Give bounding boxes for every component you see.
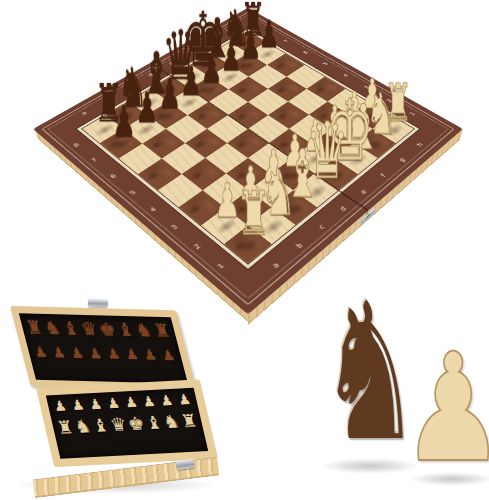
storage-box-lid: ♜♞♝♛♚♝♞♜ ♟♟♟♟♟♟♟♟: [10, 306, 197, 391]
storage-box: ♜♞♝♛♚♝♞♜ ♟♟♟♟♟♟♟♟ ♟♟♟♟♟♟♟♟ ♜♞♝♛♚♝♞♜: [0, 290, 252, 500]
latch-clasp-icon[interactable]: [361, 207, 376, 226]
stored-piece-black-knight: ♞: [42, 319, 63, 338]
product-photo-scene: ♜♞♝♛♚♝♞♜♟♟♟♟♟♟♟♟♟♟♟♟♟♟♟♟♜♞♝♛♚♝♞♜ aabbccd…: [0, 0, 489, 500]
piece-white-rook[interactable]: ♜: [237, 183, 258, 244]
stored-piece-white-bishop: ♝: [144, 414, 164, 433]
stored-piece-white-knight: ♞: [73, 417, 93, 436]
closeup-white-pawn[interactable]: ♟: [401, 333, 489, 483]
stored-piece-black-pawn: ♟: [160, 348, 176, 362]
stored-piece-white-pawn: ♟: [176, 392, 192, 407]
piece-black-pawn[interactable]: ♟: [158, 74, 176, 115]
stored-piece-white-queen: ♛: [108, 415, 128, 434]
stored-piece-black-pawn: ♟: [33, 345, 49, 359]
stored-piece-white-rook: ♜: [55, 418, 75, 437]
stored-piece-black-king: ♚: [97, 320, 118, 339]
stored-piece-white-king: ♚: [126, 414, 146, 433]
stored-piece-white-pawn: ♟: [70, 398, 86, 413]
piece-black-pawn[interactable]: ♟: [240, 27, 256, 65]
stored-piece-white-pawn: ♟: [52, 399, 68, 414]
stored-piece-black-pawn: ♟: [69, 346, 85, 360]
lid-clasp-icon[interactable]: [88, 299, 108, 308]
stored-piece-white-pawn: ♟: [123, 395, 139, 410]
piece-white-pawn[interactable]: ♟: [214, 177, 235, 225]
box-base-row-majors: ♜♞♝♛♚♝♞♜: [51, 411, 203, 437]
piece-black-pawn[interactable]: ♟: [112, 100, 131, 143]
piece-black-pawn[interactable]: ♟: [200, 49, 217, 89]
piece-black-pawn[interactable]: ♟: [220, 38, 237, 77]
piece-black-pawn[interactable]: ♟: [180, 61, 197, 101]
board-grid: ♜♞♝♛♚♝♞♜♟♟♟♟♟♟♟♟♟♟♟♟♟♟♟♟♜♞♝♛♚♝♞♜: [81, 31, 415, 265]
stored-piece-black-pawn: ♟: [142, 347, 158, 361]
pawn-closeup: ♟: [408, 335, 489, 483]
stored-piece-black-queen: ♛: [79, 320, 100, 339]
storage-box-base: ♟♟♟♟♟♟♟♟ ♜♞♝♛♚♝♞♜: [36, 379, 218, 467]
stored-piece-black-pawn: ♟: [106, 347, 122, 361]
piece-black-pawn[interactable]: ♟: [135, 87, 153, 129]
stored-piece-white-knight: ♞: [161, 413, 181, 432]
stored-piece-white-pawn: ♟: [141, 394, 157, 409]
stored-piece-white-bishop: ♝: [91, 416, 111, 435]
board-playing-area: ♜♞♝♛♚♝♞♜♟♟♟♟♟♟♟♟♟♟♟♟♟♟♟♟♜♞♝♛♚♝♞♜: [77, 29, 419, 269]
piece-black-rook[interactable]: ♜: [94, 77, 112, 129]
stored-piece-black-pawn: ♟: [51, 345, 67, 359]
stored-piece-white-pawn: ♟: [105, 396, 121, 411]
stored-piece-white-pawn: ♟: [159, 393, 175, 408]
stored-piece-black-knight: ♞: [134, 321, 155, 340]
stored-piece-white-pawn: ♟: [88, 397, 104, 412]
box-lid-row-pawns: ♟♟♟♟♟♟♟♟: [27, 344, 183, 362]
stored-piece-black-pawn: ♟: [87, 346, 103, 360]
box-lid-row-majors: ♜♞♝♛♚♝♞♜: [20, 318, 177, 340]
stored-piece-white-rook: ♜: [179, 412, 199, 431]
stored-piece-black-pawn: ♟: [124, 347, 140, 361]
stored-piece-black-bishop: ♝: [115, 321, 136, 340]
base-felt-tray: ♟♟♟♟♟♟♟♟ ♜♞♝♛♚♝♞♜: [47, 392, 203, 437]
stored-piece-black-bishop: ♝: [61, 319, 82, 338]
closeup-pieces: ♞ ♟: [290, 280, 489, 500]
lid-felt-tray: ♜♞♝♛♚♝♞♜ ♟♟♟♟♟♟♟♟: [20, 318, 182, 362]
stored-piece-black-rook: ♜: [152, 322, 173, 341]
